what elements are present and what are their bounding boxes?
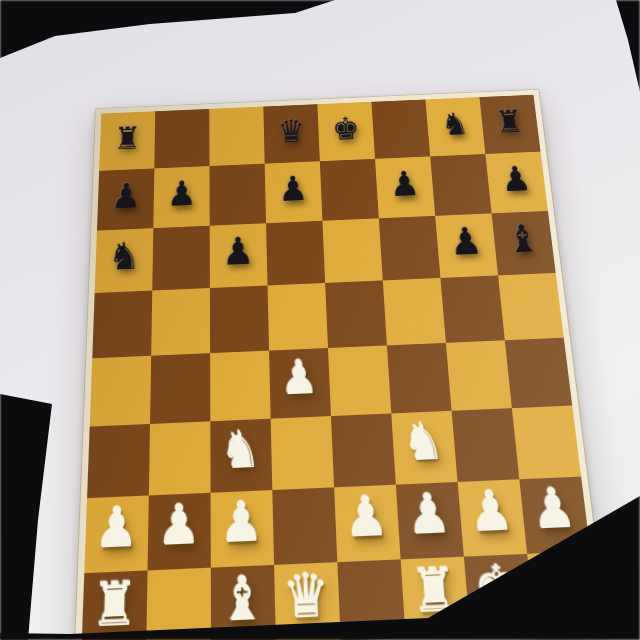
black-pawn-f7[interactable]: ♟ [389,166,421,201]
black-pawn-g6[interactable]: ♟ [448,223,484,262]
square-g8[interactable]: ♞ [425,97,485,156]
square-g5[interactable] [440,275,504,342]
square-h8[interactable]: ♜ [479,95,540,154]
square-a7[interactable]: ♟ [97,168,154,230]
square-b2[interactable]: ♟ [148,493,211,571]
square-e2[interactable]: ♟ [334,485,401,562]
square-c8[interactable] [209,107,264,167]
square-e6[interactable] [322,218,382,283]
square-h2[interactable]: ♟ [519,477,590,554]
square-d4[interactable]: ♟ [269,348,331,419]
square-b1[interactable] [146,568,211,640]
black-bishop-h6[interactable]: ♝ [505,220,541,259]
square-c7[interactable] [209,164,266,226]
square-b8[interactable] [154,109,209,169]
white-pawn-h2[interactable]: ♟ [529,482,579,539]
square-f2[interactable]: ♟ [396,482,464,559]
square-a4[interactable] [90,356,151,427]
white-rook-f1[interactable]: ♜ [410,560,461,623]
square-d6[interactable] [266,221,325,286]
square-a3[interactable] [87,424,150,498]
square-f4[interactable] [387,343,452,414]
black-queen-d8[interactable]: ♛ [277,115,305,147]
square-h6[interactable]: ♝ [492,211,556,275]
white-king-g1[interactable]: ♚ [473,557,525,620]
white-pawn-d4[interactable]: ♟ [280,355,319,402]
square-d7[interactable]: ♟ [265,161,323,223]
white-queen-d1[interactable]: ♛ [283,566,331,629]
square-g6[interactable]: ♟ [435,213,498,278]
black-pawn-a7[interactable]: ♟ [111,179,142,214]
square-b3[interactable] [149,421,211,495]
black-pawn-b7[interactable]: ♟ [167,176,197,211]
white-bishop-c1[interactable]: ♝ [220,568,267,631]
square-a2[interactable]: ♟ [84,495,149,573]
square-d2[interactable] [272,487,337,565]
square-d3[interactable] [271,416,334,490]
square-d5[interactable] [268,283,328,351]
black-knight-g8[interactable]: ♞ [440,108,470,140]
square-d1[interactable]: ♛ [274,562,341,640]
square-c6[interactable]: ♟ [210,223,268,288]
white-pawn-g2[interactable]: ♟ [467,484,515,541]
square-a6[interactable]: ♞ [95,228,154,293]
square-g3[interactable] [452,408,520,482]
square-h3[interactable] [512,406,581,480]
photo-background: ♜♛♚♞♜♟♟♟♟♟♞♟♟♝♟♞♞♟♟♟♟♟♟♟♜♝♛♜♚ [0,0,640,640]
black-pawn-h7[interactable]: ♟ [499,162,533,197]
black-rook-h8[interactable]: ♜ [494,106,525,138]
square-b6[interactable] [152,226,210,291]
board-perspective-wrap: ♜♛♚♞♜♟♟♟♟♟♞♟♟♝♟♞♞♟♟♟♟♟♟♟♜♝♛♜♚ [75,90,608,640]
black-pawn-d7[interactable]: ♟ [278,171,309,206]
white-knight-c3[interactable]: ♞ [221,425,262,477]
black-pawn-c6[interactable]: ♟ [222,232,255,271]
square-h7[interactable]: ♟ [485,152,548,214]
white-knight-f3[interactable]: ♞ [402,417,446,469]
white-rook-a1[interactable]: ♜ [91,574,139,637]
square-g2[interactable]: ♟ [458,479,528,556]
square-a1[interactable]: ♜ [81,570,147,640]
square-a8[interactable]: ♜ [99,111,155,171]
square-c4[interactable] [210,351,271,422]
square-e7[interactable] [320,159,379,221]
square-f3[interactable]: ♞ [391,411,457,485]
square-e3[interactable] [331,413,396,487]
square-e5[interactable] [325,280,387,348]
white-pawn-f2[interactable]: ♟ [406,487,453,544]
black-king-e8[interactable]: ♚ [331,113,360,145]
square-e4[interactable] [328,345,391,416]
chess-board: ♜♛♚♞♜♟♟♟♟♟♞♟♟♝♟♞♞♟♟♟♟♟♟♟♜♝♛♜♚ [75,90,608,640]
square-f7[interactable]: ♟ [375,156,435,218]
square-f1[interactable]: ♜ [401,557,471,638]
square-c3[interactable]: ♞ [210,419,272,493]
square-h1[interactable] [527,551,600,632]
black-knight-a6[interactable]: ♞ [108,237,141,276]
black-rook-a8[interactable]: ♜ [113,122,141,154]
square-f8[interactable] [371,99,430,158]
square-h5[interactable] [498,273,564,340]
square-c1[interactable]: ♝ [211,565,276,640]
white-pawn-c2[interactable]: ♟ [220,495,264,552]
white-pawn-a2[interactable]: ♟ [95,500,140,557]
square-b7[interactable]: ♟ [153,166,209,228]
square-c2[interactable]: ♟ [211,490,275,568]
square-g4[interactable] [446,340,512,411]
square-h4[interactable] [505,338,572,408]
square-f5[interactable] [383,278,446,345]
square-a5[interactable] [92,291,152,359]
square-b5[interactable] [151,288,210,356]
square-g1[interactable]: ♚ [464,554,535,635]
white-pawn-e2[interactable]: ♟ [344,490,390,547]
square-c5[interactable] [210,285,269,353]
square-d8[interactable]: ♛ [263,104,320,163]
square-f6[interactable] [379,216,441,281]
white-pawn-b2[interactable]: ♟ [157,498,201,555]
square-g7[interactable] [430,154,491,216]
square-e8[interactable]: ♚ [317,102,375,161]
square-b4[interactable] [150,353,210,424]
square-e1[interactable] [337,559,405,640]
